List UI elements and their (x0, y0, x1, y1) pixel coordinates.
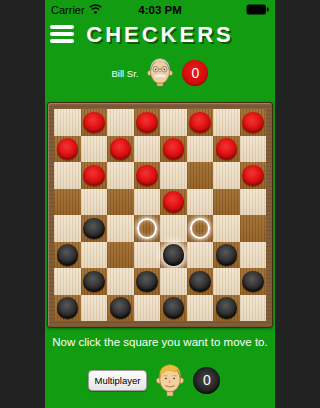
square-r4c2 (107, 215, 134, 242)
header: CHECKERS (45, 20, 275, 50)
square-r4c7[interactable] (240, 215, 267, 242)
square-r0c2 (107, 109, 134, 136)
square-r4c1[interactable] (81, 215, 108, 242)
square-r5c6[interactable] (213, 242, 240, 269)
square-r1c6[interactable] (213, 136, 240, 163)
status-bar: Carrier 4:03 PM (45, 0, 275, 20)
square-r4c0 (54, 215, 81, 242)
selected-black-piece[interactable] (163, 244, 185, 266)
red-piece (83, 112, 105, 134)
square-r4c4 (160, 215, 187, 242)
square-r3c6[interactable] (213, 189, 240, 216)
black-piece[interactable] (57, 244, 79, 266)
opponent-score-badge: 0 (182, 60, 208, 86)
young-man-avatar (155, 360, 185, 401)
status-message: Now click the square you want to move to… (45, 336, 275, 348)
square-r5c4[interactable] (160, 242, 187, 269)
square-r2c5[interactable] (187, 162, 214, 189)
hamburger-menu-icon[interactable] (50, 25, 74, 43)
square-r1c3 (134, 136, 161, 163)
square-r2c4 (160, 162, 187, 189)
black-piece[interactable] (216, 297, 238, 319)
square-r7c6[interactable] (213, 295, 240, 322)
black-piece[interactable] (110, 297, 132, 319)
page-title: CHECKERS (45, 20, 275, 50)
square-r7c0[interactable] (54, 295, 81, 322)
square-r0c6 (213, 109, 240, 136)
black-piece[interactable] (242, 271, 264, 293)
square-r6c1[interactable] (81, 268, 108, 295)
red-piece (136, 112, 158, 134)
clock: 4:03 PM (45, 4, 275, 16)
square-r3c1 (81, 189, 108, 216)
red-piece (163, 138, 185, 160)
red-piece (136, 165, 158, 187)
square-r5c7 (240, 242, 267, 269)
square-r2c0 (54, 162, 81, 189)
square-r2c3[interactable] (134, 162, 161, 189)
black-piece[interactable] (83, 271, 105, 293)
square-r5c2[interactable] (107, 242, 134, 269)
black-piece[interactable] (163, 297, 185, 319)
black-piece[interactable] (57, 297, 79, 319)
move-target-ring[interactable] (137, 218, 158, 239)
square-r0c0 (54, 109, 81, 136)
square-r7c5 (187, 295, 214, 322)
board (54, 109, 266, 321)
square-r7c4[interactable] (160, 295, 187, 322)
red-piece (110, 138, 132, 160)
square-r2c2 (107, 162, 134, 189)
square-r0c5[interactable] (187, 109, 214, 136)
square-r6c0 (54, 268, 81, 295)
square-r6c3[interactable] (134, 268, 161, 295)
square-r1c4[interactable] (160, 136, 187, 163)
opponent-row: Bill Sr. 0 (45, 54, 275, 92)
black-piece[interactable] (136, 271, 158, 293)
red-piece (163, 191, 185, 213)
square-r5c5 (187, 242, 214, 269)
player-score-badge: 0 (193, 367, 220, 394)
square-r4c6 (213, 215, 240, 242)
red-piece (242, 112, 264, 134)
square-r7c7 (240, 295, 267, 322)
square-r1c1 (81, 136, 108, 163)
app-screen: Carrier 4:03 PM CHECKERS (45, 0, 275, 408)
square-r6c7[interactable] (240, 268, 267, 295)
square-r0c1[interactable] (81, 109, 108, 136)
square-r1c2[interactable] (107, 136, 134, 163)
square-r3c2[interactable] (107, 189, 134, 216)
square-r1c7 (240, 136, 267, 163)
square-r2c1[interactable] (81, 162, 108, 189)
red-piece (216, 138, 238, 160)
red-piece (189, 112, 211, 134)
square-r0c3[interactable] (134, 109, 161, 136)
old-man-avatar (146, 54, 174, 93)
square-r5c0[interactable] (54, 242, 81, 269)
square-r1c5 (187, 136, 214, 163)
square-r5c1 (81, 242, 108, 269)
square-r7c1 (81, 295, 108, 322)
square-r2c7[interactable] (240, 162, 267, 189)
square-r3c4[interactable] (160, 189, 187, 216)
square-r3c3 (134, 189, 161, 216)
square-r3c5 (187, 189, 214, 216)
square-r3c0[interactable] (54, 189, 81, 216)
square-r5c3 (134, 242, 161, 269)
square-r7c2[interactable] (107, 295, 134, 322)
black-piece[interactable] (83, 218, 105, 240)
board-frame (47, 102, 273, 328)
square-r1c0[interactable] (54, 136, 81, 163)
square-r2c6 (213, 162, 240, 189)
multiplayer-button[interactable]: Multiplayer (88, 370, 148, 391)
square-r3c7 (240, 189, 267, 216)
black-piece[interactable] (189, 271, 211, 293)
square-r6c6 (213, 268, 240, 295)
square-r4c5[interactable] (187, 215, 214, 242)
red-piece (83, 165, 105, 187)
square-r6c2 (107, 268, 134, 295)
move-target-ring[interactable] (190, 218, 211, 239)
opponent-name: Bill Sr. (112, 68, 139, 79)
square-r6c4 (160, 268, 187, 295)
square-r0c7[interactable] (240, 109, 267, 136)
square-r4c3[interactable] (134, 215, 161, 242)
red-piece (242, 165, 264, 187)
square-r6c5[interactable] (187, 268, 214, 295)
square-r7c3 (134, 295, 161, 322)
player-row: Multiplayer 0 (45, 361, 269, 399)
black-piece[interactable] (216, 244, 238, 266)
red-piece (57, 138, 79, 160)
square-r0c4 (160, 109, 187, 136)
